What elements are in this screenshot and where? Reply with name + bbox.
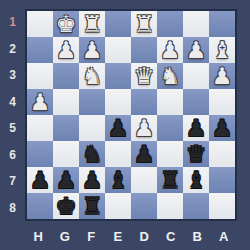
- black-pawn: ♟: [56, 167, 77, 193]
- black-rook: ♜: [82, 193, 103, 219]
- square-e3[interactable]: [105, 63, 131, 89]
- file-label-c: C: [158, 222, 185, 248]
- square-h4[interactable]: ♟: [27, 89, 53, 115]
- square-a8[interactable]: [209, 193, 235, 219]
- square-f4[interactable]: [79, 89, 105, 115]
- square-b5[interactable]: ♟: [183, 115, 209, 141]
- square-c1[interactable]: [157, 11, 183, 37]
- square-g6[interactable]: [53, 141, 79, 167]
- rank-label-7: 7: [0, 168, 25, 195]
- square-d5[interactable]: ♟: [131, 115, 157, 141]
- file-label-f: F: [78, 222, 105, 248]
- square-c7[interactable]: ♜: [157, 167, 183, 193]
- square-b2[interactable]: ♟: [183, 37, 209, 63]
- square-d8[interactable]: [131, 193, 157, 219]
- square-f7[interactable]: ♟: [79, 167, 105, 193]
- square-c2[interactable]: ♟: [157, 37, 183, 63]
- chess-diagram: 12345678 ♚♜♜♟♟♟♟♝♞♛♞♟♟♟♟♟♟♞♟♛♟♟♟♝♜♝♚♜ HG…: [0, 0, 250, 250]
- black-rook: ♜: [160, 167, 181, 193]
- white-pawn: ♟: [160, 37, 181, 63]
- square-c3[interactable]: ♞: [157, 63, 183, 89]
- square-b1[interactable]: [183, 11, 209, 37]
- square-g2[interactable]: ♟: [53, 37, 79, 63]
- square-e4[interactable]: [105, 89, 131, 115]
- black-bishop: ♝: [186, 167, 207, 193]
- white-knight: ♞: [160, 63, 181, 89]
- white-pawn: ♟: [30, 89, 51, 115]
- square-b4[interactable]: [183, 89, 209, 115]
- square-f2[interactable]: ♟: [79, 37, 105, 63]
- black-pawn: ♟: [212, 115, 233, 141]
- white-pawn: ♟: [134, 115, 155, 141]
- rank-label-1: 1: [0, 9, 25, 36]
- square-c6[interactable]: [157, 141, 183, 167]
- square-a1[interactable]: [209, 11, 235, 37]
- square-h3[interactable]: [27, 63, 53, 89]
- square-g5[interactable]: [53, 115, 79, 141]
- white-king: ♚: [56, 11, 77, 37]
- square-a3[interactable]: ♟: [209, 63, 235, 89]
- square-e1[interactable]: [105, 11, 131, 37]
- square-d4[interactable]: [131, 89, 157, 115]
- file-labels: HGFEDCBA: [25, 222, 237, 248]
- file-label-e: E: [105, 222, 132, 248]
- black-queen: ♛: [186, 141, 207, 167]
- square-h5[interactable]: [27, 115, 53, 141]
- black-pawn: ♟: [82, 167, 103, 193]
- white-rook: ♜: [82, 11, 103, 37]
- square-g7[interactable]: ♟: [53, 167, 79, 193]
- square-b6[interactable]: ♛: [183, 141, 209, 167]
- white-pawn: ♟: [212, 63, 233, 89]
- square-f8[interactable]: ♜: [79, 193, 105, 219]
- square-c5[interactable]: [157, 115, 183, 141]
- square-h7[interactable]: ♟: [27, 167, 53, 193]
- square-f1[interactable]: ♜: [79, 11, 105, 37]
- square-a2[interactable]: ♝: [209, 37, 235, 63]
- square-d6[interactable]: ♟: [131, 141, 157, 167]
- file-label-b: B: [184, 222, 211, 248]
- square-e5[interactable]: ♟: [105, 115, 131, 141]
- square-g1[interactable]: ♚: [53, 11, 79, 37]
- file-label-h: H: [25, 222, 52, 248]
- square-b3[interactable]: [183, 63, 209, 89]
- square-g3[interactable]: [53, 63, 79, 89]
- rank-label-3: 3: [0, 62, 25, 89]
- square-a4[interactable]: [209, 89, 235, 115]
- square-d3[interactable]: ♛: [131, 63, 157, 89]
- black-pawn: ♟: [108, 115, 129, 141]
- square-c4[interactable]: [157, 89, 183, 115]
- rank-label-2: 2: [0, 36, 25, 63]
- square-b8[interactable]: [183, 193, 209, 219]
- square-d1[interactable]: ♜: [131, 11, 157, 37]
- square-e6[interactable]: [105, 141, 131, 167]
- white-bishop: ♝: [212, 37, 233, 63]
- rank-labels: 12345678: [0, 9, 25, 221]
- square-e2[interactable]: [105, 37, 131, 63]
- rank-label-4: 4: [0, 89, 25, 116]
- white-queen: ♛: [134, 63, 155, 89]
- black-pawn: ♟: [30, 167, 51, 193]
- square-a6[interactable]: [209, 141, 235, 167]
- black-bishop: ♝: [108, 167, 129, 193]
- square-h8[interactable]: [27, 193, 53, 219]
- square-d2[interactable]: [131, 37, 157, 63]
- black-knight: ♞: [82, 141, 103, 167]
- square-f3[interactable]: ♞: [79, 63, 105, 89]
- square-f6[interactable]: ♞: [79, 141, 105, 167]
- square-g4[interactable]: [53, 89, 79, 115]
- file-label-g: G: [52, 222, 79, 248]
- square-h6[interactable]: [27, 141, 53, 167]
- square-b7[interactable]: ♝: [183, 167, 209, 193]
- white-knight: ♞: [82, 63, 103, 89]
- square-f5[interactable]: [79, 115, 105, 141]
- square-e8[interactable]: [105, 193, 131, 219]
- square-a5[interactable]: ♟: [209, 115, 235, 141]
- file-label-d: D: [131, 222, 158, 248]
- black-king: ♚: [56, 193, 77, 219]
- file-label-a: A: [211, 222, 238, 248]
- black-pawn: ♟: [134, 141, 155, 167]
- white-pawn: ♟: [186, 37, 207, 63]
- white-pawn: ♟: [82, 37, 103, 63]
- square-d7[interactable]: [131, 167, 157, 193]
- rank-label-5: 5: [0, 115, 25, 142]
- square-e7[interactable]: ♝: [105, 167, 131, 193]
- square-h1[interactable]: [27, 11, 53, 37]
- white-rook: ♜: [134, 11, 155, 37]
- square-h2[interactable]: [27, 37, 53, 63]
- white-pawn: ♟: [56, 37, 77, 63]
- chess-board: ♚♜♜♟♟♟♟♝♞♛♞♟♟♟♟♟♟♞♟♛♟♟♟♝♜♝♚♜: [25, 9, 237, 221]
- black-pawn: ♟: [186, 115, 207, 141]
- square-c8[interactable]: [157, 193, 183, 219]
- rank-label-6: 6: [0, 142, 25, 169]
- square-a7[interactable]: [209, 167, 235, 193]
- rank-label-8: 8: [0, 195, 25, 222]
- square-g8[interactable]: ♚: [53, 193, 79, 219]
